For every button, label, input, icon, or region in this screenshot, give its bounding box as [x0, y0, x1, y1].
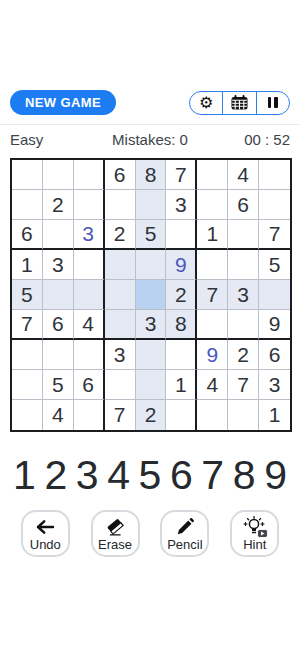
cell-r7c4[interactable]: 3: [105, 340, 136, 370]
cell-r4c5[interactable]: [136, 250, 167, 280]
cell-r3c9[interactable]: 7: [259, 220, 290, 250]
cell-r1c8[interactable]: 4: [228, 160, 259, 190]
cell-r3c1[interactable]: 6: [12, 220, 43, 250]
mistakes-counter: Mistakes: 0: [90, 131, 210, 148]
cell-r7c2[interactable]: [43, 340, 74, 370]
cell-r9c6[interactable]: [166, 400, 197, 430]
pencil-button[interactable]: Pencil: [160, 510, 209, 557]
cell-r7c1[interactable]: [12, 340, 43, 370]
cell-r2c3[interactable]: [74, 190, 105, 220]
sudoku-grid: 6874236632517139552737643893926561473472…: [10, 158, 292, 432]
cell-r5c2[interactable]: [43, 280, 74, 310]
numpad-digit-9[interactable]: 9: [264, 450, 287, 500]
cell-r8c7[interactable]: 4: [197, 370, 228, 400]
cell-r8c1[interactable]: [12, 370, 43, 400]
pencil-label: Pencil: [167, 537, 202, 553]
pause-button[interactable]: [256, 92, 289, 114]
settings-button[interactable]: ⚙: [190, 92, 222, 114]
cell-r4c3[interactable]: [74, 250, 105, 280]
cell-r2c6[interactable]: 3: [166, 190, 197, 220]
numpad-digit-5[interactable]: 5: [139, 450, 162, 500]
cell-r9c4[interactable]: 7: [105, 400, 136, 430]
cell-r6c6[interactable]: 8: [166, 310, 197, 340]
cell-r6c5[interactable]: 3: [136, 310, 167, 340]
cell-r5c8[interactable]: 3: [228, 280, 259, 310]
cell-r4c6[interactable]: 9: [166, 250, 197, 280]
undo-button[interactable]: Undo: [21, 510, 70, 557]
lightbulb-hint-icon: [241, 516, 268, 538]
cell-r1c2[interactable]: [43, 160, 74, 190]
cell-r1c6[interactable]: 7: [166, 160, 197, 190]
cell-r9c8[interactable]: [228, 400, 259, 430]
cell-r7c3[interactable]: [74, 340, 105, 370]
cell-r3c8[interactable]: [228, 220, 259, 250]
numpad-digit-3[interactable]: 3: [76, 450, 99, 500]
cell-r2c1[interactable]: [12, 190, 43, 220]
cell-r5c4[interactable]: [105, 280, 136, 310]
cell-r6c3[interactable]: 4: [74, 310, 105, 340]
cell-r4c8[interactable]: [228, 250, 259, 280]
header-icon-group: ⚙: [189, 91, 290, 115]
cell-r3c5[interactable]: 5: [136, 220, 167, 250]
cell-r7c8[interactable]: 2: [228, 340, 259, 370]
cell-r3c2[interactable]: [43, 220, 74, 250]
cell-r6c2[interactable]: 6: [43, 310, 74, 340]
cell-r5c9[interactable]: [259, 280, 290, 310]
cell-r2c9[interactable]: [259, 190, 290, 220]
cell-r2c4[interactable]: [105, 190, 136, 220]
cell-r7c6[interactable]: [166, 340, 197, 370]
cell-r4c7[interactable]: [197, 250, 228, 280]
cell-r3c3[interactable]: 3: [74, 220, 105, 250]
numpad-digit-7[interactable]: 7: [201, 450, 224, 500]
cell-r5c3[interactable]: [74, 280, 105, 310]
cell-r3c6[interactable]: [166, 220, 197, 250]
cell-r2c5[interactable]: [136, 190, 167, 220]
cell-r7c9[interactable]: 6: [259, 340, 290, 370]
cell-r3c7[interactable]: 1: [197, 220, 228, 250]
cell-r8c3[interactable]: 6: [74, 370, 105, 400]
cell-r2c2[interactable]: 2: [43, 190, 74, 220]
cell-r8c4[interactable]: [105, 370, 136, 400]
numpad-digit-2[interactable]: 2: [44, 450, 67, 500]
undo-label: Undo: [30, 537, 61, 553]
cell-r9c3[interactable]: [74, 400, 105, 430]
hint-button[interactable]: Hint: [230, 510, 279, 557]
cell-r9c9[interactable]: 1: [259, 400, 290, 430]
cell-r8c8[interactable]: 7: [228, 370, 259, 400]
cell-r4c4[interactable]: [105, 250, 136, 280]
cell-r1c3[interactable]: [74, 160, 105, 190]
numpad-digit-6[interactable]: 6: [170, 450, 193, 500]
hint-label: Hint: [243, 537, 266, 553]
cell-r1c7[interactable]: [197, 160, 228, 190]
cell-r5c1[interactable]: 5: [12, 280, 43, 310]
numpad-digit-4[interactable]: 4: [107, 450, 130, 500]
cell-r4c9[interactable]: 5: [259, 250, 290, 280]
cell-r1c1[interactable]: [12, 160, 43, 190]
pencil-icon: [175, 517, 195, 537]
numpad-digit-8[interactable]: 8: [233, 450, 256, 500]
cell-r7c7[interactable]: 9: [197, 340, 228, 370]
cell-r4c2[interactable]: 3: [43, 250, 74, 280]
cell-r2c8[interactable]: 6: [228, 190, 259, 220]
cell-r5c5[interactable]: [136, 280, 167, 310]
cell-r7c5[interactable]: [136, 340, 167, 370]
numpad: 123456789: [0, 450, 300, 500]
cell-r3c4[interactable]: 2: [105, 220, 136, 250]
status-row: Easy Mistakes: 0 00 : 52: [0, 124, 300, 153]
difficulty-label: Easy: [10, 131, 90, 148]
erase-label: Erase: [98, 537, 132, 553]
cell-r8c2[interactable]: 5: [43, 370, 74, 400]
pause-icon: [268, 97, 277, 108]
cell-r1c9[interactable]: [259, 160, 290, 190]
cell-r6c8[interactable]: [228, 310, 259, 340]
calendar-icon: [231, 95, 248, 110]
cell-r6c7[interactable]: [197, 310, 228, 340]
ad-video-badge: [258, 529, 268, 537]
cell-r2c7[interactable]: [197, 190, 228, 220]
toolbar: Undo Erase Pencil: [0, 510, 300, 557]
timer: 00 : 52: [210, 131, 290, 148]
erase-button[interactable]: Erase: [91, 510, 140, 557]
cell-r1c5[interactable]: 8: [136, 160, 167, 190]
cell-r9c5[interactable]: 2: [136, 400, 167, 430]
cell-r6c9[interactable]: 9: [259, 310, 290, 340]
cell-r6c1[interactable]: 7: [12, 310, 43, 340]
undo-arrow-icon: [34, 519, 56, 535]
cell-r9c2[interactable]: 4: [43, 400, 74, 430]
daily-challenge-button[interactable]: [222, 92, 255, 114]
cell-r8c6[interactable]: 1: [166, 370, 197, 400]
cell-r9c1[interactable]: [12, 400, 43, 430]
top-bar: NEW GAME ⚙: [0, 90, 300, 115]
cell-r5c6[interactable]: 2: [166, 280, 197, 310]
cell-r9c7[interactable]: [197, 400, 228, 430]
cell-r8c9[interactable]: 3: [259, 370, 290, 400]
cell-r8c5[interactable]: [136, 370, 167, 400]
cell-r4c1[interactable]: 1: [12, 250, 43, 280]
numpad-digit-1[interactable]: 1: [13, 450, 36, 500]
gear-icon: ⚙: [199, 95, 213, 111]
cell-r5c7[interactable]: 7: [197, 280, 228, 310]
eraser-icon: [104, 517, 126, 537]
cell-r1c4[interactable]: 6: [105, 160, 136, 190]
new-game-button[interactable]: NEW GAME: [10, 90, 116, 115]
cell-r6c4[interactable]: [105, 310, 136, 340]
